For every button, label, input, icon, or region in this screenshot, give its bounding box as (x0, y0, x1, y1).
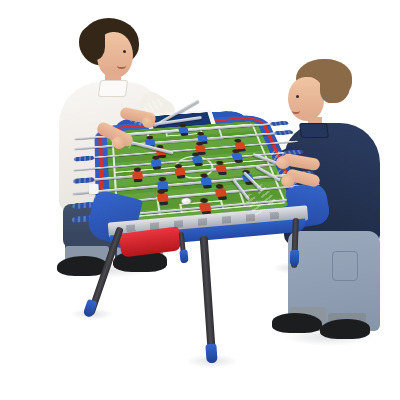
left-boy-eye (123, 50, 126, 53)
foosball-player-red (173, 164, 186, 179)
caption: Two young boys stand at either side of a… (0, 0, 1, 1)
right-boy-collar (299, 123, 329, 138)
table-foot-rear (179, 250, 188, 264)
right-boy-eye (296, 95, 299, 98)
foosball-player-red (214, 161, 228, 176)
right-boy-hair-back (320, 69, 350, 103)
left-boy-mouth (117, 62, 126, 69)
foosball-player-red (213, 184, 228, 201)
right-boy-shoe (320, 319, 370, 339)
foosball-player-red (132, 167, 144, 182)
foosball-player-blue (150, 155, 162, 170)
foosball-player-red (198, 198, 213, 216)
right-boy-mouth (292, 107, 300, 114)
foosball-player-blue (199, 173, 213, 189)
right-boy-jeans-pocket (332, 251, 358, 281)
left-boy-hand (112, 136, 126, 149)
left-boy-hair-side (79, 26, 105, 60)
photo-scene: Two young boys stand at either side of a… (0, 0, 400, 400)
left-boy-collar (98, 80, 128, 97)
table-foot-front (205, 344, 217, 364)
table-foot-right (290, 250, 300, 266)
right-boy-face (288, 77, 324, 121)
right-boy-hand (276, 156, 290, 169)
right-boy-hand (281, 174, 295, 187)
left-boy-hand (142, 116, 155, 128)
foosball-player-red (156, 189, 169, 206)
right-boy-shoe (272, 313, 322, 333)
left-boy-shoe (57, 256, 107, 276)
